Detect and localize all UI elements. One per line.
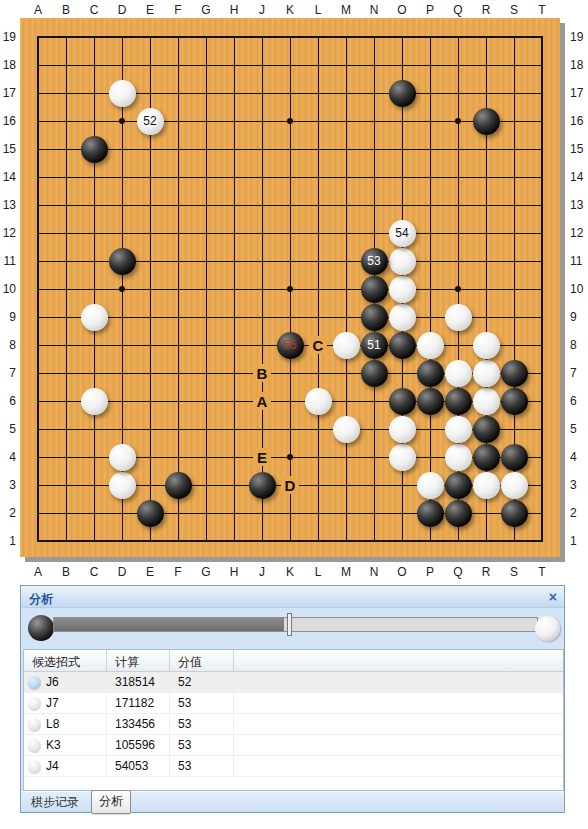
coord-letter-bottom: E [146, 566, 154, 578]
candidate-visits: 54053 [107, 756, 170, 776]
white-stone[interactable] [81, 304, 108, 331]
coord-letter-bottom: G [201, 566, 210, 578]
white-stone[interactable] [389, 276, 416, 303]
coord-letter-top: F [174, 4, 181, 16]
coord-number-left: 3 [0, 479, 16, 491]
coord-number-left: 15 [0, 143, 16, 155]
coord-number-left: 4 [0, 451, 16, 463]
row-sphere-icon [28, 760, 41, 773]
letter-label-A[interactable]: A [253, 392, 271, 410]
coord-letter-bottom: L [315, 566, 322, 578]
black-stone[interactable] [501, 360, 528, 387]
coord-letter-top: J [259, 4, 265, 16]
white-stone[interactable] [445, 416, 472, 443]
coord-number-left: 2 [0, 507, 16, 519]
black-stone[interactable] [389, 388, 416, 415]
column-header[interactable]: 计算 [107, 650, 170, 671]
table-body: J631851452J717118253L813345653K310559653… [24, 672, 563, 777]
coord-number-left: 12 [0, 227, 16, 239]
go-board[interactable]: ABCDE5152535455 [20, 18, 560, 557]
table-header: 候选招式计算分值 [24, 650, 563, 672]
coord-number-left: 19 [0, 31, 16, 43]
column-header[interactable]: 分值 [170, 650, 234, 671]
row-sphere-icon [28, 718, 41, 731]
coord-letter-top: P [426, 4, 434, 16]
candidate-row-L8[interactable]: L813345653 [24, 714, 563, 735]
candidate-move: L8 [46, 717, 59, 731]
coord-number-right: 10 [570, 283, 583, 295]
coord-letter-top: E [146, 4, 154, 16]
white-stone[interactable] [445, 360, 472, 387]
candidate-move: J6 [46, 675, 59, 689]
candidate-row-spacer [234, 756, 563, 776]
white-stone[interactable] [305, 388, 332, 415]
tab-分析[interactable]: 分析 [91, 790, 131, 814]
coord-letter-top: B [62, 4, 70, 16]
star-point [287, 286, 293, 292]
white-stone[interactable]: 54 [389, 220, 416, 247]
coord-number-right: 16 [570, 115, 583, 127]
coord-number-left: 18 [0, 59, 16, 71]
white-stone[interactable] [473, 388, 500, 415]
coord-letter-bottom: D [118, 566, 127, 578]
coord-number-left: 5 [0, 423, 16, 435]
coord-number-right: 15 [570, 143, 583, 155]
coord-letter-bottom: R [482, 566, 491, 578]
coord-letter-top: R [482, 4, 491, 16]
candidate-move: J4 [46, 759, 59, 773]
black-stone[interactable] [445, 388, 472, 415]
coord-letter-top: C [90, 4, 99, 16]
coord-number-left: 1 [0, 535, 16, 547]
white-stone[interactable] [473, 332, 500, 359]
coord-letter-bottom: P [426, 566, 434, 578]
white-stone-icon [535, 616, 560, 641]
candidate-move: J7 [46, 696, 59, 710]
coord-number-right: 6 [570, 395, 577, 407]
winrate-track[interactable] [53, 617, 538, 632]
coord-letter-bottom: O [397, 566, 406, 578]
coord-letter-bottom: K [286, 566, 294, 578]
white-stone[interactable] [109, 80, 136, 107]
coord-number-right: 11 [570, 255, 582, 267]
coord-number-left: 6 [0, 395, 16, 407]
coord-number-right: 8 [570, 339, 577, 351]
black-stone[interactable] [109, 248, 136, 275]
candidate-score: 53 [170, 714, 234, 734]
coord-number-right: 13 [570, 199, 583, 211]
candidate-row-J7[interactable]: J717118253 [24, 693, 563, 714]
black-stone[interactable]: 55 [277, 332, 304, 359]
white-stone[interactable] [445, 304, 472, 331]
white-stone[interactable] [333, 416, 360, 443]
coord-number-right: 1 [570, 535, 577, 547]
white-stone[interactable] [417, 472, 444, 499]
coord-letter-bottom: N [370, 566, 379, 578]
white-stone[interactable] [473, 472, 500, 499]
coord-letter-top: H [230, 4, 239, 16]
candidate-score: 53 [170, 735, 234, 755]
white-stone[interactable] [389, 444, 416, 471]
white-stone[interactable] [389, 304, 416, 331]
coord-number-right: 5 [570, 423, 577, 435]
coord-letter-bottom: T [538, 566, 545, 578]
coord-number-right: 12 [570, 227, 583, 239]
black-stone-icon [28, 615, 54, 641]
coord-letter-bottom: B [62, 566, 70, 578]
coord-letter-top: Q [453, 4, 462, 16]
white-stone[interactable] [81, 388, 108, 415]
white-stone[interactable] [445, 444, 472, 471]
coord-letter-top: T [538, 4, 545, 16]
candidate-move: K3 [46, 738, 61, 752]
white-stone[interactable]: 52 [137, 108, 164, 135]
panel-tabbar: 棋步记录分析 [21, 791, 564, 812]
coord-number-left: 16 [0, 115, 16, 127]
black-stone[interactable] [137, 500, 164, 527]
black-stone[interactable]: 51 [361, 332, 388, 359]
coord-number-right: 2 [570, 507, 577, 519]
letter-label-D[interactable]: D [281, 476, 299, 494]
star-point [455, 118, 461, 124]
coord-letter-top: A [34, 4, 42, 16]
black-stone[interactable] [445, 472, 472, 499]
black-stone[interactable] [501, 444, 528, 471]
coord-letter-top: N [370, 4, 379, 16]
coord-letter-bottom: F [174, 566, 181, 578]
black-stone[interactable] [389, 332, 416, 359]
star-point [287, 454, 293, 460]
coord-number-left: 11 [0, 255, 16, 267]
star-point [287, 118, 293, 124]
winrate-fill [54, 618, 284, 631]
black-stone[interactable] [501, 500, 528, 527]
grid-line-vertical [318, 37, 319, 541]
coord-number-left: 13 [0, 199, 16, 211]
white-stone[interactable] [109, 472, 136, 499]
black-stone[interactable] [361, 360, 388, 387]
coord-number-right: 3 [570, 479, 577, 491]
black-stone[interactable] [81, 136, 108, 163]
white-stone[interactable] [109, 444, 136, 471]
candidate-visits: 318514 [107, 672, 170, 692]
analysis-panel: 分析 × 候选招式计算分值 J631851452J717118253L81334… [20, 585, 565, 813]
coord-number-right: 19 [570, 31, 583, 43]
column-header-empty [234, 650, 563, 671]
black-stone[interactable] [473, 444, 500, 471]
black-stone[interactable] [361, 276, 388, 303]
coord-number-right: 4 [570, 451, 577, 463]
coord-letter-top: L [315, 4, 322, 16]
black-stone[interactable] [389, 80, 416, 107]
coord-number-right: 14 [570, 171, 583, 183]
candidate-visits: 171182 [107, 693, 170, 713]
tab-棋步记录[interactable]: 棋步记录 [31, 794, 79, 811]
black-stone[interactable] [165, 472, 192, 499]
grid-line-vertical [430, 37, 431, 541]
black-stone[interactable] [361, 304, 388, 331]
white-stone[interactable] [333, 332, 360, 359]
coord-letter-bottom: Q [453, 566, 462, 578]
coord-number-right: 18 [570, 59, 583, 71]
white-stone[interactable] [417, 332, 444, 359]
white-stone[interactable] [389, 416, 416, 443]
candidate-visits: 133456 [107, 714, 170, 734]
coord-number-left: 7 [0, 367, 16, 379]
row-sphere-icon [28, 697, 41, 710]
candidate-row-K3[interactable]: K310559653 [24, 735, 563, 756]
letter-label-B[interactable]: B [253, 364, 271, 382]
candidate-row-J4[interactable]: J45405353 [24, 756, 563, 777]
star-point [119, 286, 125, 292]
coord-number-left: 10 [0, 283, 16, 295]
coord-number-right: 7 [570, 367, 577, 379]
coord-letter-bottom: C [90, 566, 99, 578]
winrate-slider-row [21, 608, 564, 648]
black-stone[interactable] [473, 108, 500, 135]
coord-letter-top: M [341, 4, 351, 16]
coord-letter-top: K [286, 4, 294, 16]
coord-letter-bottom: M [341, 566, 351, 578]
coord-letter-bottom: J [259, 566, 265, 578]
white-stone[interactable] [501, 472, 528, 499]
black-stone[interactable] [249, 472, 276, 499]
candidate-score: 53 [170, 756, 234, 776]
candidate-row-spacer [234, 735, 563, 755]
black-stone[interactable] [501, 388, 528, 415]
coord-number-left: 9 [0, 311, 16, 323]
coord-letter-top: S [510, 4, 518, 16]
star-point [455, 286, 461, 292]
coord-number-left: 14 [0, 171, 16, 183]
panel-title: 分析 [29, 591, 53, 608]
star-point [119, 118, 125, 124]
column-header[interactable]: 候选招式 [24, 650, 107, 671]
close-icon[interactable]: × [549, 589, 557, 605]
black-stone[interactable] [417, 360, 444, 387]
coord-letter-top: D [118, 4, 127, 16]
coord-letter-bottom: S [510, 566, 518, 578]
row-sphere-icon [28, 676, 41, 689]
black-stone[interactable] [417, 500, 444, 527]
coord-number-right: 17 [570, 87, 583, 99]
letter-label-E[interactable]: E [253, 448, 271, 466]
black-stone[interactable] [473, 416, 500, 443]
coord-number-right: 9 [570, 311, 577, 323]
coord-letter-top: O [397, 4, 406, 16]
white-stone[interactable] [473, 360, 500, 387]
coord-number-left: 17 [0, 87, 16, 99]
coord-number-left: 8 [0, 339, 16, 351]
candidate-row-spacer [234, 672, 563, 692]
black-stone[interactable] [417, 388, 444, 415]
letter-label-C[interactable]: C [309, 336, 327, 354]
black-stone[interactable] [445, 500, 472, 527]
coord-letter-bottom: A [34, 566, 42, 578]
black-stone[interactable]: 53 [361, 248, 388, 275]
candidate-score: 53 [170, 693, 234, 713]
grid-line-vertical [346, 37, 347, 541]
candidate-table: 候选招式计算分值 J631851452J717118253L813345653K… [23, 649, 564, 791]
row-sphere-icon [28, 739, 41, 752]
coord-letter-bottom: H [230, 566, 239, 578]
white-stone[interactable] [389, 248, 416, 275]
candidate-row-spacer [234, 714, 563, 734]
panel-titlebar: 分析 × [21, 586, 564, 608]
candidate-row-spacer [234, 693, 563, 713]
coord-letter-top: G [201, 4, 210, 16]
candidate-row-J6[interactable]: J631851452 [24, 672, 563, 693]
candidate-visits: 105596 [107, 735, 170, 755]
app-window: ABCDE5152535455 AABBCCDDEEFFGGHHJJKKLLMM… [0, 0, 588, 829]
winrate-handle[interactable] [287, 613, 292, 636]
candidate-score: 52 [170, 672, 234, 692]
